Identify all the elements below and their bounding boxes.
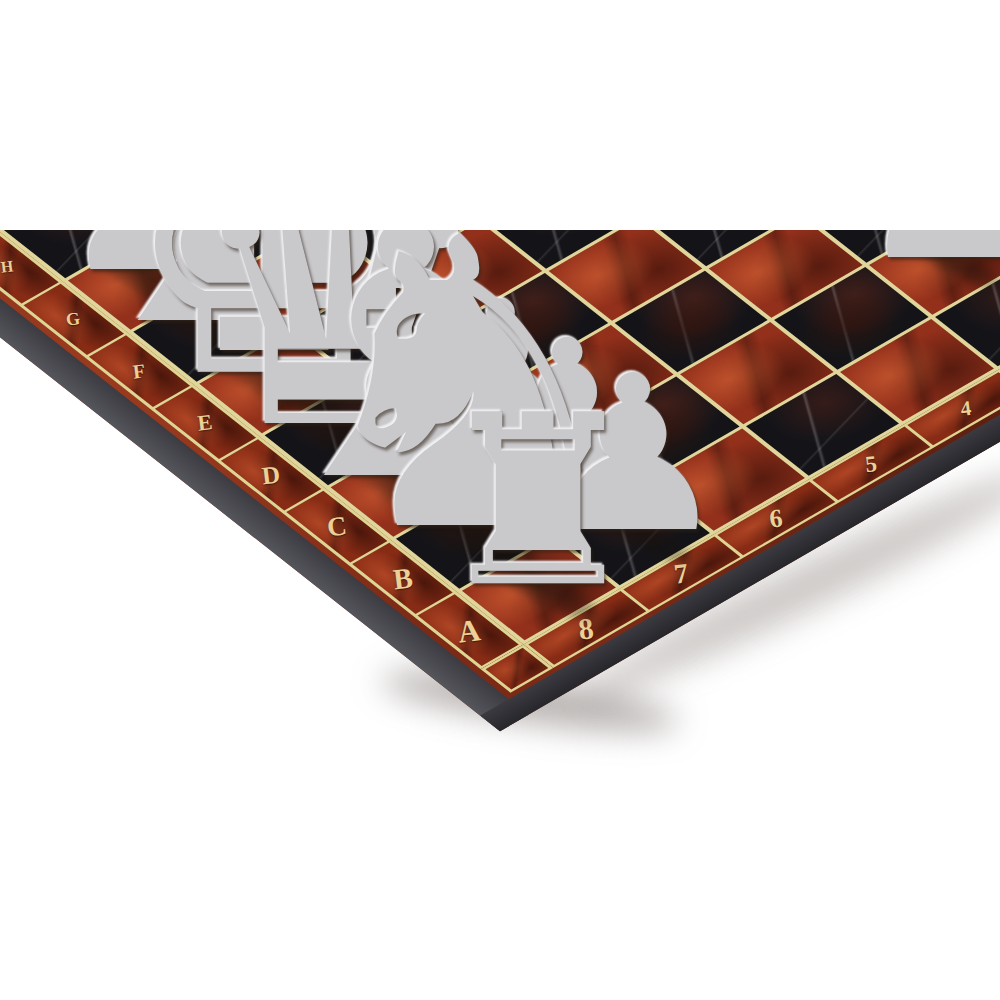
photo-crop-white-band <box>0 0 1000 230</box>
photo-scene: HGFEDCBA87654321♜♞♝♛♚♝♞♟♟♟♟ <box>0 0 1000 1000</box>
